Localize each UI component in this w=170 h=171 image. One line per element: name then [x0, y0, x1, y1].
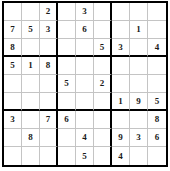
cell-r7c7[interactable]	[112, 111, 130, 129]
cell-r7c2[interactable]	[22, 111, 40, 129]
cell-r3c1[interactable]: 8	[4, 39, 22, 57]
cell-r6c1[interactable]	[4, 93, 22, 111]
cell-r3c5[interactable]	[76, 39, 94, 57]
cell-r8c2[interactable]: 8	[22, 129, 40, 147]
cell-r6c2[interactable]	[22, 93, 40, 111]
cell-r3c4[interactable]	[58, 39, 76, 57]
cell-r1c8[interactable]	[130, 3, 148, 21]
cell-r4c6[interactable]	[94, 57, 112, 75]
cell-r2c5[interactable]: 6	[76, 21, 94, 39]
sudoku-board: 237536185345185219537688493654	[2, 1, 168, 167]
cell-r9c1[interactable]	[4, 147, 22, 165]
cell-r8c3[interactable]	[40, 129, 58, 147]
cell-r1c3[interactable]: 2	[40, 3, 58, 21]
cell-r1c9[interactable]	[148, 3, 166, 21]
cell-r3c9[interactable]: 4	[148, 39, 166, 57]
cell-r1c1[interactable]	[4, 3, 22, 21]
cell-r4c4[interactable]	[58, 57, 76, 75]
cell-r7c1[interactable]: 3	[4, 111, 22, 129]
cell-r9c2[interactable]	[22, 147, 40, 165]
cell-r5c7[interactable]	[112, 75, 130, 93]
cell-r9c6[interactable]	[94, 147, 112, 165]
cell-r5c2[interactable]	[22, 75, 40, 93]
cell-r6c5[interactable]	[76, 93, 94, 111]
cell-r6c7[interactable]: 1	[112, 93, 130, 111]
cell-r9c3[interactable]	[40, 147, 58, 165]
cell-r3c2[interactable]	[22, 39, 40, 57]
cell-r2c6[interactable]	[94, 21, 112, 39]
cell-r5c3[interactable]	[40, 75, 58, 93]
cell-r4c8[interactable]	[130, 57, 148, 75]
cell-r2c8[interactable]: 1	[130, 21, 148, 39]
cell-r6c6[interactable]	[94, 93, 112, 111]
cell-r4c2[interactable]: 1	[22, 57, 40, 75]
cell-r5c5[interactable]	[76, 75, 94, 93]
cell-r5c4[interactable]: 5	[58, 75, 76, 93]
cell-r8c4[interactable]	[58, 129, 76, 147]
cell-r6c9[interactable]: 5	[148, 93, 166, 111]
cell-r7c4[interactable]: 6	[58, 111, 76, 129]
cell-r2c2[interactable]: 5	[22, 21, 40, 39]
cell-r8c9[interactable]: 6	[148, 129, 166, 147]
cell-r8c1[interactable]	[4, 129, 22, 147]
cell-r1c5[interactable]: 3	[76, 3, 94, 21]
cell-r3c7[interactable]: 3	[112, 39, 130, 57]
cell-r3c8[interactable]	[130, 39, 148, 57]
cell-r9c4[interactable]	[58, 147, 76, 165]
cell-r5c6[interactable]: 2	[94, 75, 112, 93]
cell-r5c1[interactable]	[4, 75, 22, 93]
cell-r9c9[interactable]	[148, 147, 166, 165]
cell-r6c4[interactable]	[58, 93, 76, 111]
cell-r9c7[interactable]: 4	[112, 147, 130, 165]
cell-r5c8[interactable]	[130, 75, 148, 93]
cell-r9c5[interactable]: 5	[76, 147, 94, 165]
cell-r6c8[interactable]: 9	[130, 93, 148, 111]
cell-r1c4[interactable]	[58, 3, 76, 21]
cell-r2c3[interactable]: 3	[40, 21, 58, 39]
cell-r7c8[interactable]	[130, 111, 148, 129]
cell-r7c5[interactable]	[76, 111, 94, 129]
cell-r5c9[interactable]	[148, 75, 166, 93]
cell-r4c5[interactable]	[76, 57, 94, 75]
cell-r3c3[interactable]	[40, 39, 58, 57]
cell-r3c6[interactable]: 5	[94, 39, 112, 57]
cell-r6c3[interactable]	[40, 93, 58, 111]
cell-r8c7[interactable]: 9	[112, 129, 130, 147]
cell-r7c3[interactable]: 7	[40, 111, 58, 129]
cell-r4c7[interactable]	[112, 57, 130, 75]
cell-r2c9[interactable]	[148, 21, 166, 39]
cell-r2c4[interactable]	[58, 21, 76, 39]
cell-r7c6[interactable]	[94, 111, 112, 129]
cell-r4c3[interactable]: 8	[40, 57, 58, 75]
sudoku-page: 237536185345185219537688493654	[0, 0, 170, 171]
cell-r9c8[interactable]	[130, 147, 148, 165]
cell-r7c9[interactable]: 8	[148, 111, 166, 129]
cell-r8c5[interactable]: 4	[76, 129, 94, 147]
cell-r8c8[interactable]: 3	[130, 129, 148, 147]
cell-r1c6[interactable]	[94, 3, 112, 21]
cell-r4c9[interactable]	[148, 57, 166, 75]
cell-r4c1[interactable]: 5	[4, 57, 22, 75]
cell-r1c7[interactable]	[112, 3, 130, 21]
cell-r2c1[interactable]: 7	[4, 21, 22, 39]
cell-r2c7[interactable]	[112, 21, 130, 39]
cell-r8c6[interactable]	[94, 129, 112, 147]
cell-r1c2[interactable]	[22, 3, 40, 21]
